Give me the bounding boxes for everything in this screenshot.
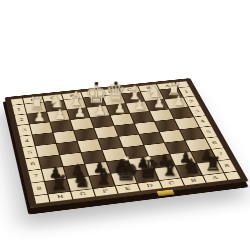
black-rook[interactable]: ♜ bbox=[50, 173, 68, 193]
square-h2[interactable]: ♟ bbox=[27, 112, 49, 124]
board-corner bbox=[34, 195, 49, 204]
square-h3[interactable] bbox=[30, 122, 52, 134]
product-photo: HGFEDCBA1♜♞♝♚♛♝♞♜12♟♟♟♟♟♟♟♟2334455667♟♟♟… bbox=[0, 0, 250, 250]
square-e8[interactable]: ♚ bbox=[111, 171, 136, 185]
square-h8[interactable]: ♜ bbox=[45, 179, 70, 194]
file-label: A bbox=[203, 173, 227, 183]
square-d4[interactable] bbox=[115, 124, 139, 136]
rank-label: 7 bbox=[28, 169, 44, 182]
white-pawn[interactable]: ♟ bbox=[134, 99, 146, 112]
file-label: D bbox=[138, 181, 162, 191]
white-pawn[interactable]: ♟ bbox=[33, 109, 45, 123]
square-f2[interactable]: ♟ bbox=[67, 108, 89, 120]
square-d2[interactable]: ♟ bbox=[107, 104, 130, 116]
square-a8[interactable]: ♜ bbox=[197, 161, 223, 175]
square-c2[interactable]: ♟ bbox=[126, 102, 149, 113]
square-g3[interactable] bbox=[50, 120, 73, 132]
square-e4[interactable] bbox=[95, 126, 118, 138]
white-pawn[interactable]: ♟ bbox=[153, 96, 165, 109]
white-pawn[interactable]: ♟ bbox=[94, 103, 106, 117]
square-h4[interactable] bbox=[33, 133, 56, 146]
file-label: C bbox=[160, 178, 184, 188]
square-g2[interactable]: ♟ bbox=[47, 110, 69, 122]
square-g8[interactable]: ♞ bbox=[67, 177, 92, 192]
square-c5[interactable] bbox=[140, 132, 164, 145]
white-pawn[interactable]: ♟ bbox=[114, 101, 126, 114]
white-pawn[interactable]: ♟ bbox=[173, 94, 185, 107]
square-f4[interactable] bbox=[74, 128, 97, 140]
black-queen[interactable]: ♛ bbox=[137, 156, 160, 182]
black-bishop[interactable]: ♝ bbox=[94, 165, 113, 187]
file-label: G bbox=[71, 189, 95, 199]
file-label: B bbox=[182, 176, 206, 186]
black-king[interactable]: ♚ bbox=[114, 156, 139, 184]
file-label: H bbox=[48, 192, 72, 202]
black-knight[interactable]: ♞ bbox=[72, 169, 90, 190]
square-b8[interactable]: ♞ bbox=[176, 164, 202, 178]
file-label: E bbox=[116, 184, 140, 194]
square-b2[interactable]: ♟ bbox=[145, 100, 168, 111]
file-label: F bbox=[94, 186, 118, 196]
black-rook[interactable]: ♜ bbox=[205, 155, 222, 174]
white-pawn[interactable]: ♟ bbox=[54, 107, 66, 121]
black-knight[interactable]: ♞ bbox=[183, 156, 201, 176]
rank-label: 4 bbox=[20, 135, 35, 147]
board-corner bbox=[225, 172, 241, 181]
square-e2[interactable]: ♟ bbox=[87, 106, 110, 118]
white-pawn[interactable]: ♟ bbox=[74, 105, 86, 119]
square-a2[interactable]: ♟ bbox=[165, 98, 188, 109]
square-f8[interactable]: ♝ bbox=[89, 174, 114, 188]
square-e3[interactable] bbox=[91, 116, 114, 128]
black-bishop[interactable]: ♝ bbox=[160, 158, 179, 179]
